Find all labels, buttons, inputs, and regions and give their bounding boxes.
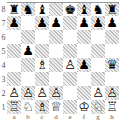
white-bishop-c4: ♗	[36, 58, 48, 72]
square-c2[interactable]: ♙	[35, 86, 49, 100]
square-d4[interactable]	[49, 58, 63, 72]
black-rook-h8: ♜	[106, 3, 118, 17]
square-c8[interactable]: ♝	[35, 2, 49, 16]
square-h6[interactable]	[105, 30, 119, 44]
square-h5[interactable]	[105, 44, 119, 58]
file-label-c: c	[35, 114, 49, 120]
square-c4[interactable]: ♗	[35, 58, 49, 72]
white-pawn-b2: ♙	[22, 86, 34, 100]
square-d1[interactable]: ♕	[49, 100, 63, 114]
square-e3[interactable]	[63, 72, 77, 86]
square-f6[interactable]	[77, 30, 91, 44]
chess-diagram: 8♜♞♝♚♝♞♜7♟♟♟♟♟♟65♟4♗♙♟♛32♙♙♙♙♙♙1♖♘♗♕♔♘♖a…	[0, 0, 120, 120]
square-d7[interactable]: ♟	[49, 16, 63, 30]
square-e5[interactable]	[63, 44, 77, 58]
square-e4[interactable]: ♙	[63, 58, 77, 72]
square-b3[interactable]	[21, 72, 35, 86]
black-queen-h4: ♛	[106, 58, 118, 72]
rank-label-6: 6	[0, 30, 7, 44]
white-rook-a1: ♖	[8, 100, 20, 114]
white-knight-g1: ♘	[92, 100, 104, 114]
black-knight-b8: ♞	[22, 3, 34, 17]
square-g8[interactable]: ♞	[91, 2, 105, 16]
square-a7[interactable]: ♟	[7, 16, 21, 30]
square-b1[interactable]: ♘	[21, 100, 35, 114]
square-d8[interactable]	[49, 2, 63, 16]
rank-label-3: 3	[0, 72, 7, 86]
board-corner-spacer	[0, 114, 7, 120]
white-pawn-d2: ♙	[50, 86, 62, 100]
square-a2[interactable]: ♙	[7, 86, 21, 100]
square-a8[interactable]: ♜	[7, 2, 21, 16]
square-g3[interactable]	[91, 72, 105, 86]
rank-label-5: 5	[0, 44, 7, 58]
square-f5[interactable]	[77, 44, 91, 58]
white-pawn-e4: ♙	[64, 58, 76, 72]
white-pawn-h2: ♙	[106, 86, 118, 100]
square-a3[interactable]	[7, 72, 21, 86]
rank-label-8: 8	[0, 2, 7, 16]
square-c7[interactable]: ♟	[35, 16, 49, 30]
square-g5[interactable]	[91, 44, 105, 58]
black-pawn-a7: ♟	[8, 16, 20, 30]
black-pawn-g7: ♟	[92, 16, 104, 30]
file-label-h: h	[105, 114, 119, 120]
square-f4[interactable]: ♟	[77, 58, 91, 72]
square-f7[interactable]: ♟	[77, 16, 91, 30]
rank-label-1: 1	[0, 100, 7, 114]
chess-board: 8♜♞♝♚♝♞♜7♟♟♟♟♟♟65♟4♗♙♟♛32♙♙♙♙♙♙1♖♘♗♕♔♘♖a…	[0, 2, 119, 120]
rank-label-7: 7	[0, 16, 7, 30]
square-d6[interactable]	[49, 30, 63, 44]
square-h4[interactable]: ♛	[105, 58, 119, 72]
square-h8[interactable]: ♜	[105, 2, 119, 16]
white-pawn-g2: ♙	[92, 86, 104, 100]
square-a1[interactable]: ♖	[7, 100, 21, 114]
square-e2[interactable]	[63, 86, 77, 100]
square-g6[interactable]	[91, 30, 105, 44]
board-area: 8♜♞♝♚♝♞♜7♟♟♟♟♟♟65♟4♗♙♟♛32♙♙♙♙♙♙1♖♘♗♕♔♘♖a…	[0, 0, 120, 120]
square-e6[interactable]	[63, 30, 77, 44]
square-e8[interactable]: ♚	[63, 2, 77, 16]
rank-label-2: 2	[0, 86, 7, 100]
square-d2[interactable]: ♙	[49, 86, 63, 100]
square-b8[interactable]: ♞	[21, 2, 35, 16]
square-h7[interactable]: ♟	[105, 16, 119, 30]
square-g4[interactable]	[91, 58, 105, 72]
black-pawn-h7: ♟	[106, 16, 118, 30]
square-h2[interactable]: ♙	[105, 86, 119, 100]
black-bishop-c8: ♝	[36, 3, 48, 17]
square-b6[interactable]	[21, 30, 35, 44]
square-f1[interactable]: ♔	[77, 100, 91, 114]
square-b2[interactable]: ♙	[21, 86, 35, 100]
square-b4[interactable]	[21, 58, 35, 72]
black-rook-a8: ♜	[8, 3, 20, 17]
square-c6[interactable]	[35, 30, 49, 44]
file-label-g: g	[91, 114, 105, 120]
square-g1[interactable]: ♘	[91, 100, 105, 114]
square-a6[interactable]	[7, 30, 21, 44]
white-knight-b1: ♘	[22, 100, 34, 114]
white-pawn-c2: ♙	[36, 86, 48, 100]
white-king-f1: ♔	[78, 100, 90, 114]
square-f2[interactable]	[77, 86, 91, 100]
square-a4[interactable]	[7, 58, 21, 72]
square-h3[interactable]	[105, 72, 119, 86]
file-label-e: e	[63, 114, 77, 120]
square-g7[interactable]: ♟	[91, 16, 105, 30]
square-d5[interactable]	[49, 44, 63, 58]
square-c5[interactable]	[35, 44, 49, 58]
black-pawn-b5: ♟	[22, 44, 34, 58]
square-e1[interactable]	[63, 100, 77, 114]
file-label-b: b	[21, 114, 35, 120]
file-label-a: a	[7, 114, 21, 120]
white-queen-d1: ♕	[50, 100, 62, 114]
square-f3[interactable]	[77, 72, 91, 86]
white-bishop-c1: ♗	[36, 100, 48, 114]
square-a5[interactable]	[7, 44, 21, 58]
black-knight-g8: ♞	[92, 3, 104, 17]
black-pawn-c7: ♟	[36, 16, 48, 30]
black-pawn-d7: ♟	[50, 16, 62, 30]
black-pawn-f4: ♟	[78, 58, 90, 72]
white-rook-h1: ♖	[106, 100, 118, 114]
white-pawn-a2: ♙	[8, 86, 20, 100]
rank-label-4: 4	[0, 58, 7, 72]
square-e7[interactable]	[63, 16, 77, 30]
file-label-f: f	[77, 114, 91, 120]
square-f8[interactable]: ♝	[77, 2, 91, 16]
black-bishop-f8: ♝	[78, 3, 90, 17]
square-b7[interactable]	[21, 16, 35, 30]
square-c1[interactable]: ♗	[35, 100, 49, 114]
black-pawn-f7: ♟	[78, 16, 90, 30]
square-d3[interactable]	[49, 72, 63, 86]
square-g2[interactable]: ♙	[91, 86, 105, 100]
square-h1[interactable]: ♖	[105, 100, 119, 114]
file-label-d: d	[49, 114, 63, 120]
square-b5[interactable]: ♟	[21, 44, 35, 58]
square-c3[interactable]	[35, 72, 49, 86]
black-king-e8: ♚	[64, 3, 76, 17]
